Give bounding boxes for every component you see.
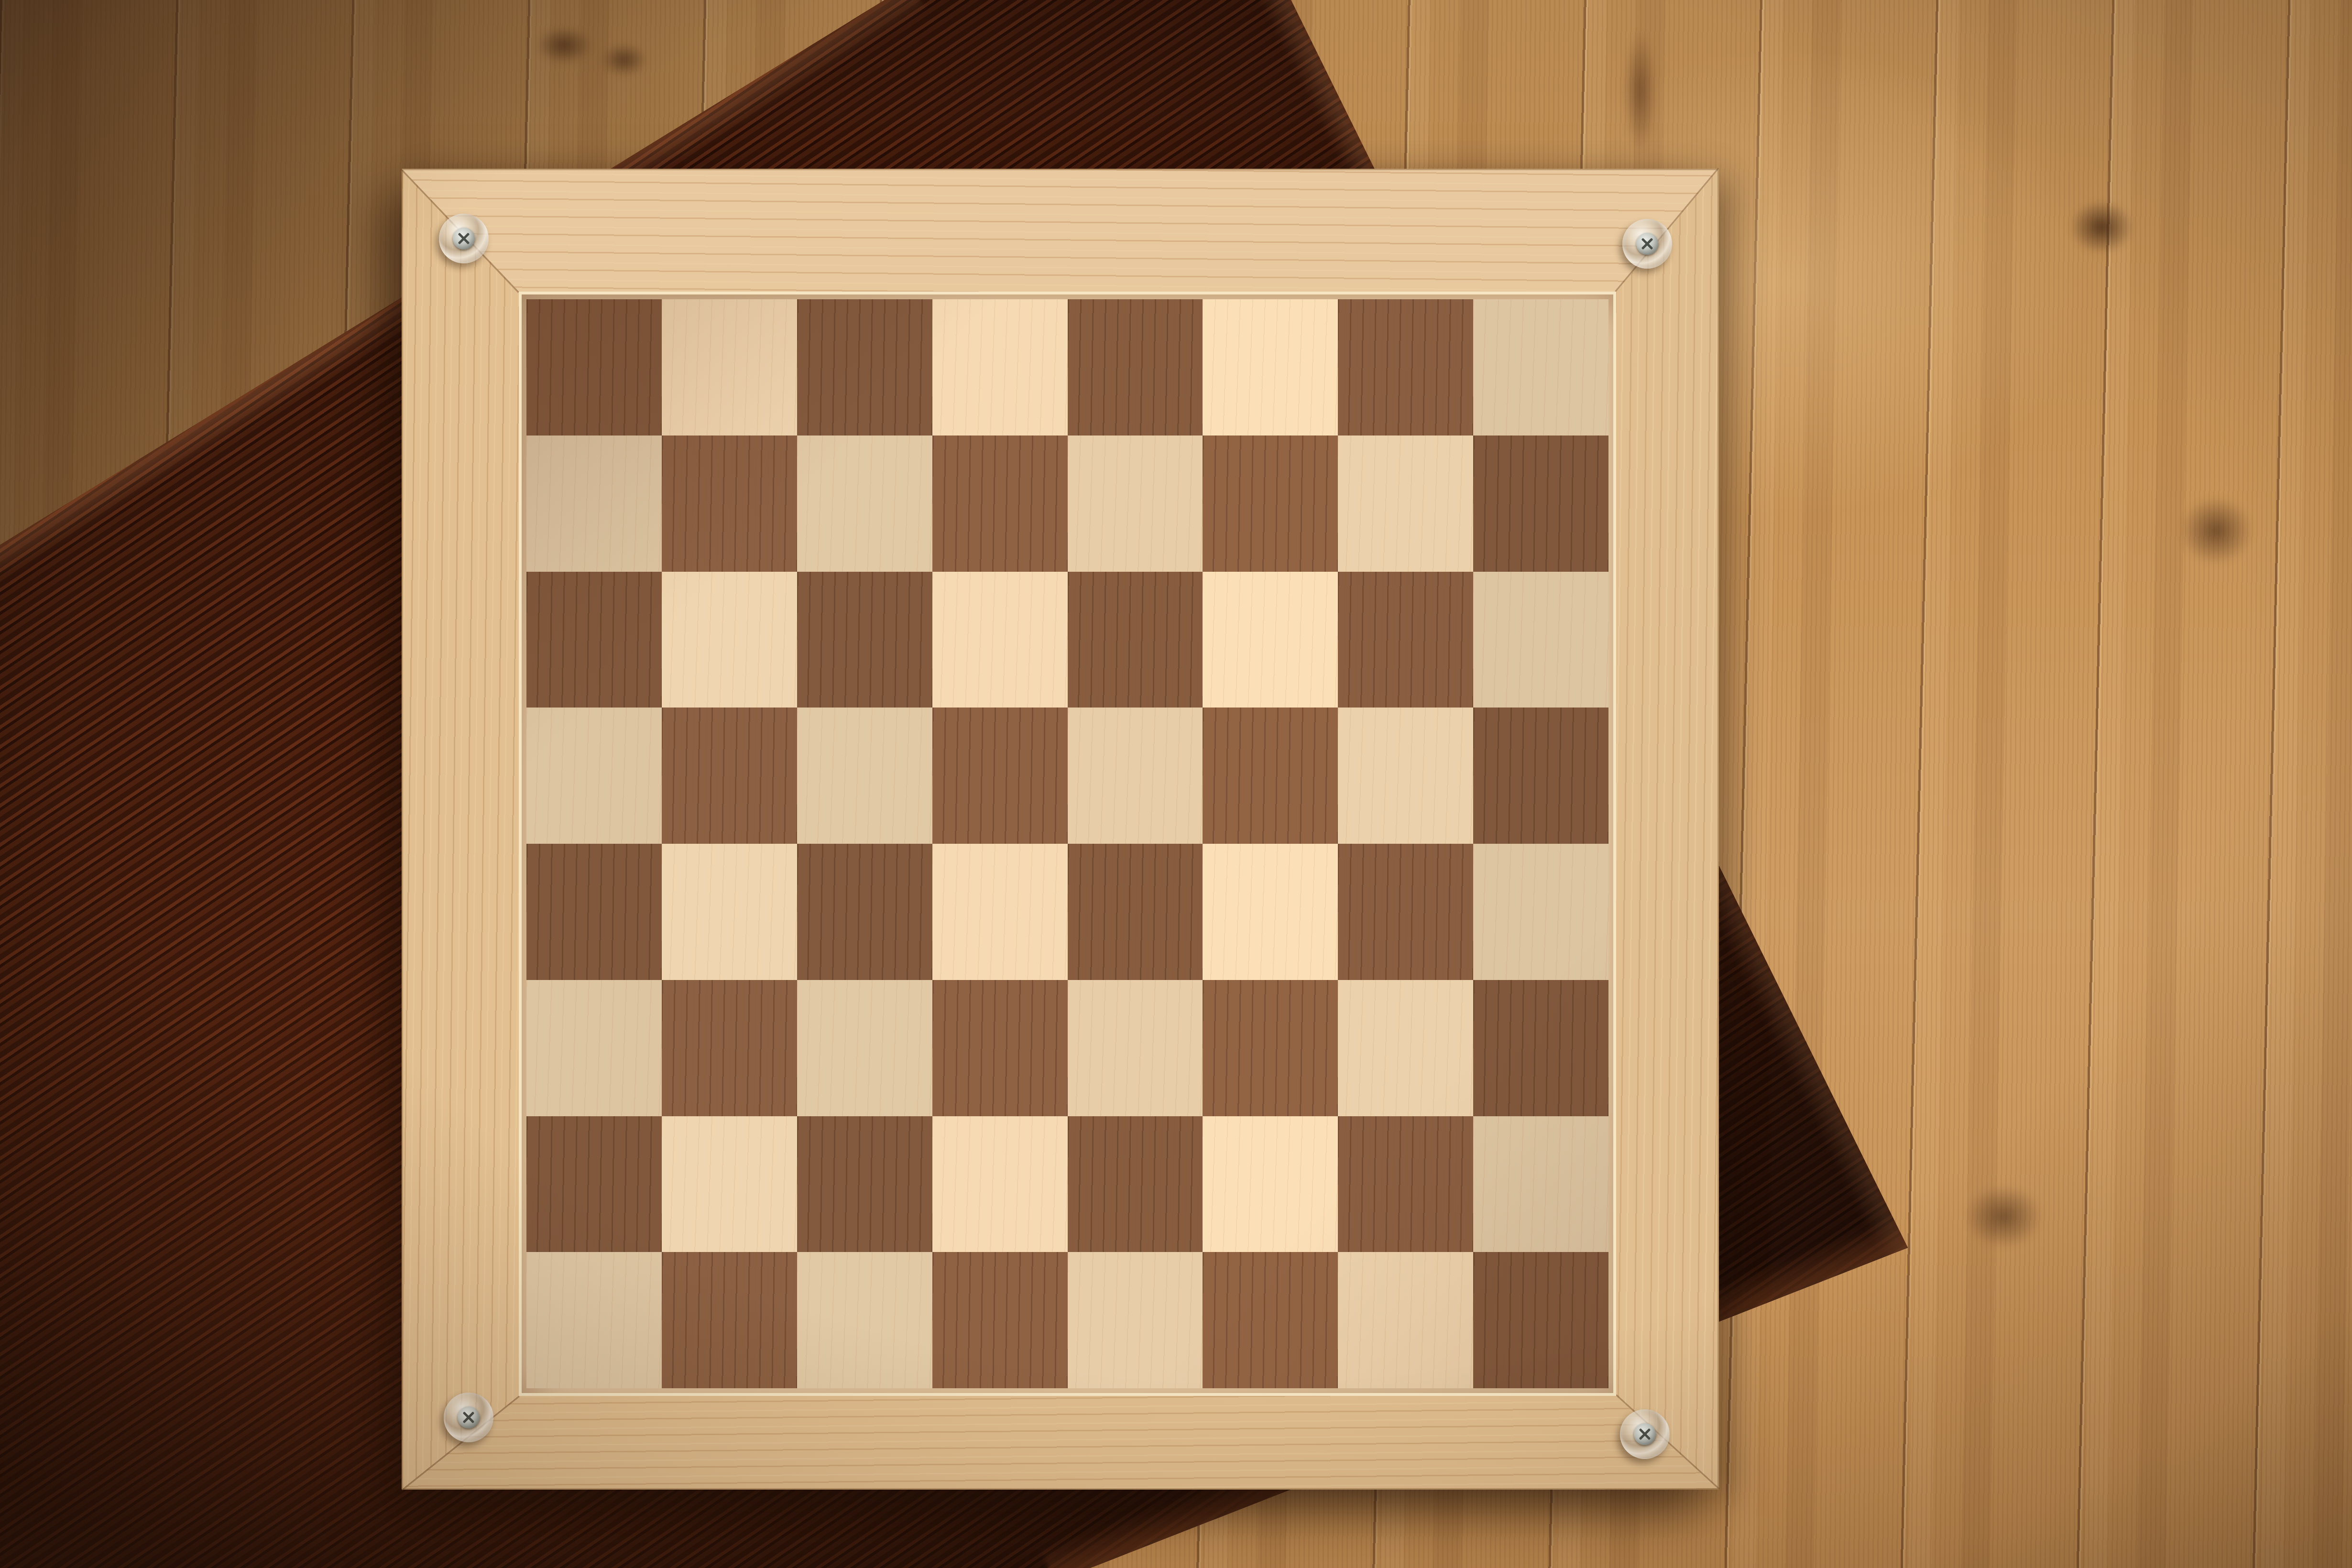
square-c8 bbox=[797, 299, 932, 436]
square-g7 bbox=[1338, 436, 1473, 572]
square-h4 bbox=[1473, 844, 1608, 980]
square-b7 bbox=[662, 436, 797, 572]
square-h6 bbox=[1473, 572, 1608, 708]
square-e8 bbox=[1068, 299, 1203, 436]
square-g3 bbox=[1338, 980, 1473, 1116]
square-b2 bbox=[662, 1116, 797, 1252]
square-f1 bbox=[1203, 1252, 1338, 1388]
square-d8 bbox=[932, 299, 1068, 436]
square-e7 bbox=[1068, 436, 1203, 572]
square-e2 bbox=[1068, 1116, 1203, 1252]
square-a5 bbox=[526, 708, 662, 844]
square-a6 bbox=[526, 572, 662, 708]
phillips-screw-icon bbox=[453, 228, 475, 250]
phillips-screw-icon bbox=[1634, 1423, 1656, 1445]
board-grid bbox=[526, 299, 1608, 1388]
square-a3 bbox=[526, 980, 662, 1116]
square-e3 bbox=[1068, 980, 1203, 1116]
square-b1 bbox=[662, 1252, 797, 1388]
square-a7 bbox=[526, 436, 662, 572]
square-a8 bbox=[526, 299, 662, 436]
square-a2 bbox=[526, 1116, 662, 1252]
square-a1 bbox=[526, 1252, 662, 1388]
square-a4 bbox=[526, 844, 662, 980]
square-f6 bbox=[1203, 572, 1338, 708]
square-b8 bbox=[662, 299, 797, 436]
square-d2 bbox=[932, 1116, 1068, 1252]
square-g2 bbox=[1338, 1116, 1473, 1252]
square-e1 bbox=[1068, 1252, 1203, 1388]
square-f3 bbox=[1203, 980, 1338, 1116]
square-h1 bbox=[1473, 1252, 1608, 1388]
square-f2 bbox=[1203, 1116, 1338, 1252]
corner-bumper-bottom-left bbox=[444, 1393, 493, 1442]
square-g5 bbox=[1338, 708, 1473, 844]
square-g8 bbox=[1338, 299, 1473, 436]
square-d4 bbox=[932, 844, 1068, 980]
photo-canvas bbox=[0, 0, 2352, 1568]
square-h2 bbox=[1473, 1116, 1608, 1252]
corner-bumper-top-left bbox=[439, 214, 489, 263]
square-g6 bbox=[1338, 572, 1473, 708]
square-b4 bbox=[662, 844, 797, 980]
square-e5 bbox=[1068, 708, 1203, 844]
square-c6 bbox=[797, 572, 932, 708]
square-b6 bbox=[662, 572, 797, 708]
square-d1 bbox=[932, 1252, 1068, 1388]
square-h3 bbox=[1473, 980, 1608, 1116]
square-f8 bbox=[1203, 299, 1338, 436]
square-d6 bbox=[932, 572, 1068, 708]
square-d7 bbox=[932, 436, 1068, 572]
square-c1 bbox=[797, 1252, 932, 1388]
square-h7 bbox=[1473, 436, 1608, 572]
square-c4 bbox=[797, 844, 932, 980]
corner-bumper-bottom-right bbox=[1620, 1409, 1670, 1459]
square-c5 bbox=[797, 708, 932, 844]
square-b5 bbox=[662, 708, 797, 844]
phillips-screw-icon bbox=[458, 1406, 480, 1428]
square-d3 bbox=[932, 980, 1068, 1116]
phillips-screw-icon bbox=[1636, 233, 1658, 255]
square-f5 bbox=[1203, 708, 1338, 844]
square-c2 bbox=[797, 1116, 932, 1252]
square-g1 bbox=[1338, 1252, 1473, 1388]
chessboard bbox=[402, 169, 1719, 1490]
square-e6 bbox=[1068, 572, 1203, 708]
square-f4 bbox=[1203, 844, 1338, 980]
square-e4 bbox=[1068, 844, 1203, 980]
square-b3 bbox=[662, 980, 797, 1116]
square-f7 bbox=[1203, 436, 1338, 572]
board-panel bbox=[519, 292, 1616, 1396]
square-c7 bbox=[797, 436, 932, 572]
square-d5 bbox=[932, 708, 1068, 844]
square-h8 bbox=[1473, 299, 1608, 436]
square-h5 bbox=[1473, 708, 1608, 844]
square-g4 bbox=[1338, 844, 1473, 980]
square-c3 bbox=[797, 980, 932, 1116]
corner-bumper-top-right bbox=[1622, 219, 1672, 269]
